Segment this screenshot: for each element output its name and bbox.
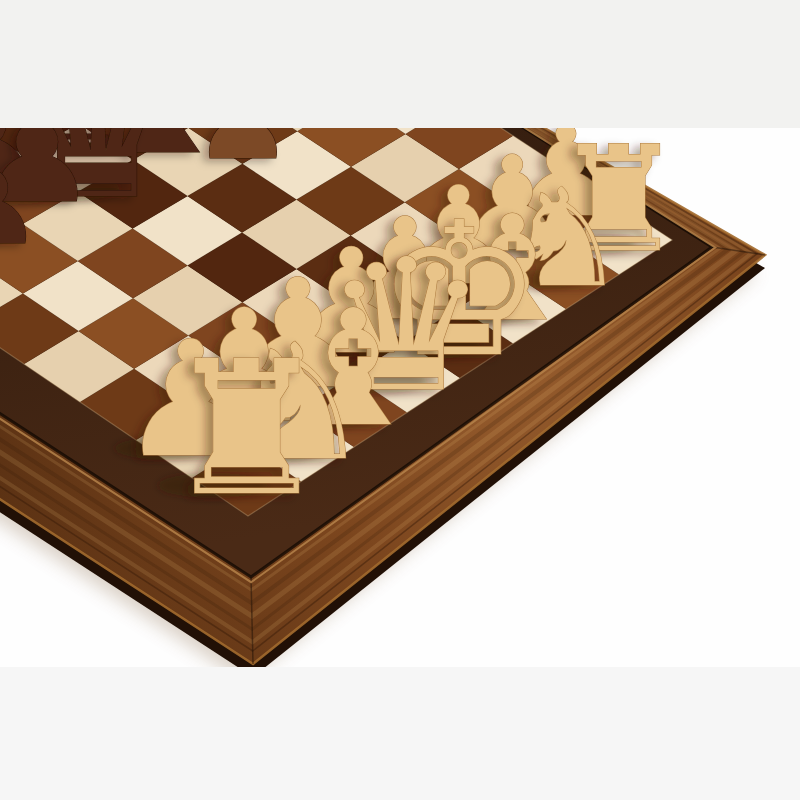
- product-photo: ♜♝♟♟♛♟♟♟♟♜♟♞♟♝♟♚♟♛♟♝♟♞♜: [0, 0, 800, 800]
- black-pawn-pawn-far-light: ♟: [193, 128, 293, 184]
- background-band-top: [0, 0, 800, 128]
- chess-board: ♜♝♟♟♛♟♟♟♟♜♟♞♟♝♟♚♟♛♟♝♟♞♜: [0, 128, 800, 667]
- photo-background: ♜♝♟♟♛♟♟♟♟♜♟♞♟♝♟♚♟♛♟♝♟♞♜: [0, 128, 800, 667]
- black-pawn-pawn-edge-low: ♟: [0, 128, 44, 272]
- background-band-bottom: [0, 667, 800, 800]
- white-rook-a1: ♜: [164, 321, 330, 537]
